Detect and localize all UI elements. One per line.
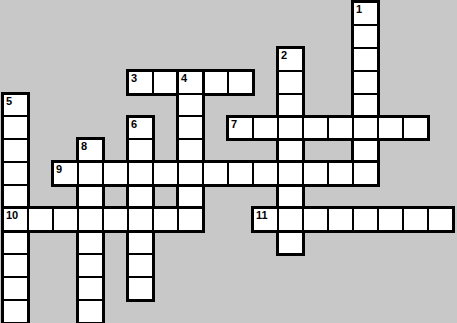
crossword-cell[interactable] [354, 95, 377, 116]
crossword-cell[interactable] [354, 49, 377, 70]
crossword-cell[interactable] [279, 163, 302, 184]
crossword-cell[interactable] [129, 232, 152, 253]
crossword-cell[interactable] [229, 163, 252, 184]
crossword-cell[interactable] [79, 255, 102, 276]
word-10-across [1, 206, 205, 233]
crossword-board: 1234567891011 [0, 0, 457, 323]
crossword-cell[interactable] [79, 209, 102, 230]
crossword-cell[interactable] [129, 118, 152, 139]
crossword-cell[interactable] [179, 95, 202, 116]
crossword-cell[interactable] [179, 72, 202, 93]
crossword-cell[interactable] [79, 186, 102, 207]
word-1-down [351, 0, 380, 187]
crossword-cell[interactable] [179, 140, 202, 161]
crossword-cell[interactable] [354, 209, 377, 230]
crossword-cell[interactable] [279, 72, 302, 93]
crossword-cell[interactable] [154, 72, 177, 93]
crossword-cell[interactable] [4, 140, 27, 161]
crossword-cell[interactable] [129, 255, 152, 276]
crossword-cell[interactable] [54, 163, 77, 184]
crossword-cell[interactable] [179, 117, 202, 138]
crossword-cell[interactable] [279, 140, 302, 161]
crossword-cell[interactable] [279, 186, 302, 207]
crossword-cell[interactable] [4, 95, 27, 116]
crossword-cell[interactable] [354, 140, 377, 161]
crossword-cell[interactable] [104, 209, 127, 230]
crossword-cell[interactable] [279, 232, 302, 253]
crossword-cell[interactable] [4, 163, 27, 184]
crossword-cell[interactable] [129, 278, 152, 299]
crossword-cell[interactable] [254, 163, 277, 184]
crossword-cell[interactable] [4, 301, 27, 322]
crossword-cell[interactable] [354, 3, 377, 24]
crossword-cell[interactable] [154, 209, 177, 230]
crossword-cell[interactable] [354, 118, 377, 139]
word-11-across [251, 206, 455, 233]
crossword-cell[interactable] [329, 209, 352, 230]
crossword-cell[interactable] [4, 209, 27, 230]
crossword-cell[interactable] [29, 209, 52, 230]
crossword-cell[interactable] [4, 278, 27, 299]
crossword-cell[interactable] [129, 186, 152, 207]
crossword-cell[interactable] [279, 95, 302, 116]
crossword-cell[interactable] [4, 117, 27, 138]
crossword-cell[interactable] [154, 163, 177, 184]
crossword-cell[interactable] [304, 163, 327, 184]
crossword-cell[interactable] [4, 232, 27, 253]
crossword-cell[interactable] [54, 209, 77, 230]
crossword-cell[interactable] [429, 209, 452, 230]
crossword-cell[interactable] [204, 163, 227, 184]
word-9-across [51, 160, 380, 187]
crossword-cell[interactable] [354, 163, 377, 184]
crossword-cell[interactable] [129, 72, 152, 93]
crossword-cell[interactable] [329, 118, 352, 139]
crossword-cell[interactable] [404, 118, 427, 139]
crossword-cell[interactable] [204, 72, 227, 93]
word-7-across [226, 115, 430, 142]
crossword-cell[interactable] [104, 163, 127, 184]
crossword-cell[interactable] [229, 72, 252, 93]
crossword-cell[interactable] [254, 118, 277, 139]
crossword-cell[interactable] [129, 140, 152, 161]
crossword-cell[interactable] [79, 140, 102, 161]
crossword-cell[interactable] [129, 163, 152, 184]
crossword-cell[interactable] [354, 26, 377, 47]
crossword-cell[interactable] [79, 163, 102, 184]
crossword-cell[interactable] [279, 49, 302, 70]
crossword-cell[interactable] [379, 118, 402, 139]
crossword-cell[interactable] [79, 278, 102, 299]
crossword-cell[interactable] [279, 209, 302, 230]
crossword-cell[interactable] [279, 118, 302, 139]
crossword-cell[interactable] [304, 118, 327, 139]
crossword-cell[interactable] [354, 72, 377, 93]
crossword-cell[interactable] [179, 209, 202, 230]
crossword-cell[interactable] [329, 163, 352, 184]
crossword-cell[interactable] [229, 118, 252, 139]
crossword-cell[interactable] [179, 163, 202, 184]
crossword-cell[interactable] [4, 186, 27, 207]
crossword-cell[interactable] [4, 255, 27, 276]
crossword-cell[interactable] [304, 209, 327, 230]
crossword-cell[interactable] [379, 209, 402, 230]
crossword-cell[interactable] [79, 232, 102, 253]
crossword-cell[interactable] [254, 209, 277, 230]
crossword-cell[interactable] [129, 209, 152, 230]
crossword-cell[interactable] [179, 186, 202, 207]
crossword-cell[interactable] [79, 301, 102, 322]
crossword-cell[interactable] [404, 209, 427, 230]
